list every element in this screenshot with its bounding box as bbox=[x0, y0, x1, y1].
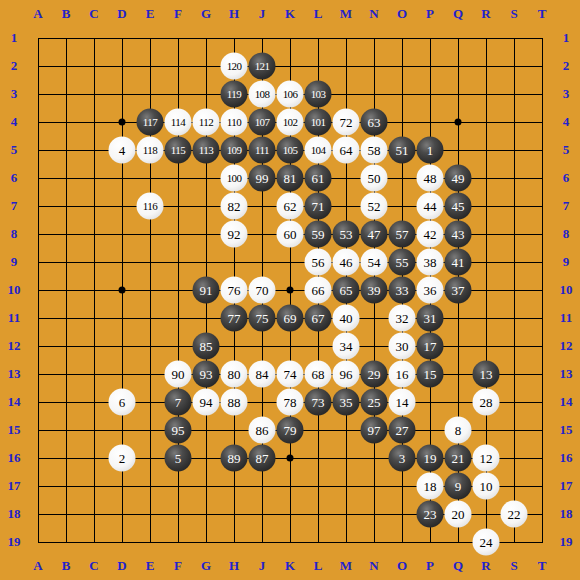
stone-white-66-L10: 66 bbox=[305, 277, 332, 304]
stone-black-103-L3: 103 bbox=[305, 81, 332, 108]
column-label-bottom-P: P bbox=[417, 558, 443, 574]
stone-move-number: 105 bbox=[283, 145, 298, 156]
stone-black-101-L4: 101 bbox=[305, 109, 332, 136]
stone-black-115-F5: 115 bbox=[165, 137, 192, 164]
stone-white-34-M12: 34 bbox=[333, 333, 360, 360]
stone-move-number: 87 bbox=[256, 452, 269, 465]
stone-move-number: 2 bbox=[119, 452, 126, 465]
stone-black-55-O9: 55 bbox=[389, 249, 416, 276]
stone-black-59-L8: 59 bbox=[305, 221, 332, 248]
stone-move-number: 90 bbox=[172, 368, 185, 381]
stone-move-number: 107 bbox=[255, 117, 270, 128]
stone-move-number: 100 bbox=[227, 173, 242, 184]
stone-move-number: 121 bbox=[255, 61, 270, 72]
stone-white-52-N7: 52 bbox=[361, 193, 388, 220]
stone-move-number: 112 bbox=[199, 117, 213, 128]
row-label-right-1: 1 bbox=[553, 30, 579, 46]
column-label-top-H: H bbox=[221, 6, 247, 22]
stone-move-number: 75 bbox=[256, 312, 269, 325]
stone-black-49-Q6: 49 bbox=[445, 165, 472, 192]
stone-black-43-Q8: 43 bbox=[445, 221, 472, 248]
stone-white-82-H7: 82 bbox=[221, 193, 248, 220]
stone-white-116-E7: 116 bbox=[137, 193, 164, 220]
stone-move-number: 49 bbox=[452, 172, 465, 185]
stone-move-number: 120 bbox=[227, 61, 242, 72]
stone-move-number: 84 bbox=[256, 368, 269, 381]
stone-black-3-O16: 3 bbox=[389, 445, 416, 472]
stone-black-71-L7: 71 bbox=[305, 193, 332, 220]
row-label-left-12: 12 bbox=[1, 338, 27, 354]
stone-move-number: 94 bbox=[200, 396, 213, 409]
column-label-bottom-H: H bbox=[221, 558, 247, 574]
stone-white-86-J15: 86 bbox=[249, 417, 276, 444]
stone-move-number: 81 bbox=[284, 172, 297, 185]
stone-black-65-M10: 65 bbox=[333, 277, 360, 304]
stone-white-88-H14: 88 bbox=[221, 389, 248, 416]
stone-move-number: 86 bbox=[256, 424, 269, 437]
stone-move-number: 114 bbox=[171, 117, 185, 128]
stone-black-13-R13: 13 bbox=[473, 361, 500, 388]
row-label-right-9: 9 bbox=[553, 254, 579, 270]
stone-white-24-R19: 24 bbox=[473, 529, 500, 556]
row-label-left-15: 15 bbox=[1, 422, 27, 438]
stone-move-number: 41 bbox=[452, 256, 465, 269]
row-label-right-15: 15 bbox=[553, 422, 579, 438]
stone-black-41-Q9: 41 bbox=[445, 249, 472, 276]
stone-black-121-J2: 121 bbox=[249, 53, 276, 80]
stone-white-10-R17: 10 bbox=[473, 473, 500, 500]
stone-black-21-Q16: 21 bbox=[445, 445, 472, 472]
stone-white-6-D14: 6 bbox=[109, 389, 136, 416]
stone-move-number: 22 bbox=[508, 508, 521, 521]
row-label-left-13: 13 bbox=[1, 366, 27, 382]
stone-black-105-K5: 105 bbox=[277, 137, 304, 164]
stone-move-number: 93 bbox=[200, 368, 213, 381]
stone-move-number: 102 bbox=[283, 117, 298, 128]
stone-move-number: 110 bbox=[227, 117, 241, 128]
stone-move-number: 21 bbox=[452, 452, 465, 465]
stone-white-64-M5: 64 bbox=[333, 137, 360, 164]
row-label-right-10: 10 bbox=[553, 282, 579, 298]
column-label-top-L: L bbox=[305, 6, 331, 22]
stone-move-number: 24 bbox=[480, 536, 493, 549]
stone-black-45-Q7: 45 bbox=[445, 193, 472, 220]
stone-black-37-Q10: 37 bbox=[445, 277, 472, 304]
stone-white-12-R16: 12 bbox=[473, 445, 500, 472]
stone-move-number: 47 bbox=[368, 228, 381, 241]
stone-move-number: 38 bbox=[424, 256, 437, 269]
row-label-left-18: 18 bbox=[1, 506, 27, 522]
star-point-D4 bbox=[119, 119, 126, 126]
stone-move-number: 91 bbox=[200, 284, 213, 297]
column-label-bottom-M: M bbox=[333, 558, 359, 574]
stone-black-47-N8: 47 bbox=[361, 221, 388, 248]
column-label-top-T: T bbox=[529, 6, 555, 22]
stone-black-113-G5: 113 bbox=[193, 137, 220, 164]
stone-move-number: 111 bbox=[255, 145, 269, 156]
row-label-left-4: 4 bbox=[1, 114, 27, 130]
column-label-bottom-F: F bbox=[165, 558, 191, 574]
stone-white-118-E5: 118 bbox=[137, 137, 164, 164]
stone-black-27-O15: 27 bbox=[389, 417, 416, 444]
stone-move-number: 57 bbox=[396, 228, 409, 241]
column-label-top-K: K bbox=[277, 6, 303, 22]
stone-move-number: 14 bbox=[396, 396, 409, 409]
row-label-left-5: 5 bbox=[1, 142, 27, 158]
stone-move-number: 95 bbox=[172, 424, 185, 437]
star-point-K10 bbox=[287, 287, 294, 294]
stone-move-number: 35 bbox=[340, 396, 353, 409]
stone-move-number: 64 bbox=[340, 144, 353, 157]
stone-white-84-J13: 84 bbox=[249, 361, 276, 388]
stone-black-77-H11: 77 bbox=[221, 305, 248, 332]
column-label-bottom-G: G bbox=[193, 558, 219, 574]
column-label-bottom-Q: Q bbox=[445, 558, 471, 574]
stone-white-106-K3: 106 bbox=[277, 81, 304, 108]
column-label-bottom-J: J bbox=[249, 558, 275, 574]
stone-move-number: 45 bbox=[452, 200, 465, 213]
row-label-right-12: 12 bbox=[553, 338, 579, 354]
stone-white-74-K13: 74 bbox=[277, 361, 304, 388]
stone-move-number: 61 bbox=[312, 172, 325, 185]
stone-move-number: 10 bbox=[480, 480, 493, 493]
row-label-left-2: 2 bbox=[1, 58, 27, 74]
stone-white-40-M11: 40 bbox=[333, 305, 360, 332]
row-label-right-7: 7 bbox=[553, 198, 579, 214]
stone-black-85-G12: 85 bbox=[193, 333, 220, 360]
column-label-bottom-O: O bbox=[389, 558, 415, 574]
stone-move-number: 104 bbox=[311, 145, 326, 156]
row-label-right-11: 11 bbox=[553, 310, 579, 326]
stone-move-number: 101 bbox=[311, 117, 326, 128]
stone-move-number: 66 bbox=[312, 284, 325, 297]
row-label-right-18: 18 bbox=[553, 506, 579, 522]
stone-black-73-L14: 73 bbox=[305, 389, 332, 416]
stone-move-number: 108 bbox=[255, 89, 270, 100]
stone-white-62-K7: 62 bbox=[277, 193, 304, 220]
stone-move-number: 92 bbox=[228, 228, 241, 241]
stone-white-76-H10: 76 bbox=[221, 277, 248, 304]
stone-black-109-H5: 109 bbox=[221, 137, 248, 164]
stone-white-14-O14: 14 bbox=[389, 389, 416, 416]
stone-move-number: 119 bbox=[227, 89, 241, 100]
stone-black-25-N14: 25 bbox=[361, 389, 388, 416]
stone-white-16-O13: 16 bbox=[389, 361, 416, 388]
stone-black-119-H3: 119 bbox=[221, 81, 248, 108]
stone-move-number: 74 bbox=[284, 368, 297, 381]
column-label-top-P: P bbox=[417, 6, 443, 22]
stone-white-92-H8: 92 bbox=[221, 221, 248, 248]
go-board[interactable]: ABCDEFGHJKLMNOPQRST ABCDEFGHJKLMNOPQRST … bbox=[0, 0, 580, 580]
column-label-bottom-C: C bbox=[81, 558, 107, 574]
stone-move-number: 69 bbox=[284, 312, 297, 325]
column-label-top-D: D bbox=[109, 6, 135, 22]
stone-move-number: 117 bbox=[143, 117, 157, 128]
stone-white-104-L5: 104 bbox=[305, 137, 332, 164]
stone-white-18-P17: 18 bbox=[417, 473, 444, 500]
stone-white-108-J3: 108 bbox=[249, 81, 276, 108]
stone-move-number: 12 bbox=[480, 452, 493, 465]
stone-black-95-F15: 95 bbox=[165, 417, 192, 444]
stone-move-number: 36 bbox=[424, 284, 437, 297]
stone-black-67-L11: 67 bbox=[305, 305, 332, 332]
column-label-top-B: B bbox=[53, 6, 79, 22]
stone-move-number: 88 bbox=[228, 396, 241, 409]
stone-move-number: 68 bbox=[312, 368, 325, 381]
stone-move-number: 67 bbox=[312, 312, 325, 325]
column-label-bottom-D: D bbox=[109, 558, 135, 574]
stone-black-61-L6: 61 bbox=[305, 165, 332, 192]
stone-black-7-F14: 7 bbox=[165, 389, 192, 416]
stone-black-107-J4: 107 bbox=[249, 109, 276, 136]
column-label-top-M: M bbox=[333, 6, 359, 22]
stone-black-1-P5: 1 bbox=[417, 137, 444, 164]
stone-move-number: 77 bbox=[228, 312, 241, 325]
row-label-right-6: 6 bbox=[553, 170, 579, 186]
stone-white-94-G14: 94 bbox=[193, 389, 220, 416]
column-label-top-J: J bbox=[249, 6, 275, 22]
row-label-left-9: 9 bbox=[1, 254, 27, 270]
column-label-top-R: R bbox=[473, 6, 499, 22]
stone-white-38-P9: 38 bbox=[417, 249, 444, 276]
stone-white-2-D16: 2 bbox=[109, 445, 136, 472]
stone-white-110-H4: 110 bbox=[221, 109, 248, 136]
stone-black-51-O5: 51 bbox=[389, 137, 416, 164]
stone-black-79-K15: 79 bbox=[277, 417, 304, 444]
stone-move-number: 46 bbox=[340, 256, 353, 269]
row-label-right-5: 5 bbox=[553, 142, 579, 158]
stone-white-28-R14: 28 bbox=[473, 389, 500, 416]
stone-move-number: 56 bbox=[312, 256, 325, 269]
stone-move-number: 48 bbox=[424, 172, 437, 185]
stone-black-81-K6: 81 bbox=[277, 165, 304, 192]
column-label-bottom-R: R bbox=[473, 558, 499, 574]
column-label-bottom-E: E bbox=[137, 558, 163, 574]
stone-move-number: 50 bbox=[368, 172, 381, 185]
star-point-K16 bbox=[287, 455, 294, 462]
stone-move-number: 116 bbox=[143, 201, 157, 212]
stone-move-number: 33 bbox=[396, 284, 409, 297]
stone-move-number: 60 bbox=[284, 228, 297, 241]
stone-black-87-J16: 87 bbox=[249, 445, 276, 472]
row-label-right-13: 13 bbox=[553, 366, 579, 382]
stone-white-46-M9: 46 bbox=[333, 249, 360, 276]
stone-move-number: 52 bbox=[368, 200, 381, 213]
stone-move-number: 8 bbox=[455, 424, 462, 437]
stone-white-20-Q18: 20 bbox=[445, 501, 472, 528]
stone-black-17-P12: 17 bbox=[417, 333, 444, 360]
stone-white-100-H6: 100 bbox=[221, 165, 248, 192]
stone-move-number: 17 bbox=[424, 340, 437, 353]
stone-white-56-L9: 56 bbox=[305, 249, 332, 276]
row-label-left-7: 7 bbox=[1, 198, 27, 214]
column-label-top-F: F bbox=[165, 6, 191, 22]
row-label-left-1: 1 bbox=[1, 30, 27, 46]
row-label-left-3: 3 bbox=[1, 86, 27, 102]
stone-white-48-P6: 48 bbox=[417, 165, 444, 192]
row-label-left-6: 6 bbox=[1, 170, 27, 186]
stone-white-30-O12: 30 bbox=[389, 333, 416, 360]
column-label-top-Q: Q bbox=[445, 6, 471, 22]
stone-move-number: 53 bbox=[340, 228, 353, 241]
stone-white-90-F13: 90 bbox=[165, 361, 192, 388]
row-label-right-14: 14 bbox=[553, 394, 579, 410]
stone-white-114-F4: 114 bbox=[165, 109, 192, 136]
stone-move-number: 25 bbox=[368, 396, 381, 409]
stone-white-44-P7: 44 bbox=[417, 193, 444, 220]
stone-white-54-N9: 54 bbox=[361, 249, 388, 276]
column-label-top-G: G bbox=[193, 6, 219, 22]
stone-white-70-J10: 70 bbox=[249, 277, 276, 304]
stone-white-120-H2: 120 bbox=[221, 53, 248, 80]
stone-move-number: 7 bbox=[175, 396, 182, 409]
star-point-D10 bbox=[119, 287, 126, 294]
row-label-right-3: 3 bbox=[553, 86, 579, 102]
row-label-right-17: 17 bbox=[553, 478, 579, 494]
stone-move-number: 20 bbox=[452, 508, 465, 521]
stone-black-5-F16: 5 bbox=[165, 445, 192, 472]
stone-white-60-K8: 60 bbox=[277, 221, 304, 248]
stone-black-69-K11: 69 bbox=[277, 305, 304, 332]
column-label-bottom-L: L bbox=[305, 558, 331, 574]
row-label-right-19: 19 bbox=[553, 534, 579, 550]
stone-move-number: 34 bbox=[340, 340, 353, 353]
stone-move-number: 96 bbox=[340, 368, 353, 381]
stone-black-15-P13: 15 bbox=[417, 361, 444, 388]
stone-move-number: 65 bbox=[340, 284, 353, 297]
stone-move-number: 78 bbox=[284, 396, 297, 409]
stone-move-number: 103 bbox=[311, 89, 326, 100]
stone-white-96-M13: 96 bbox=[333, 361, 360, 388]
stone-move-number: 76 bbox=[228, 284, 241, 297]
column-label-bottom-T: T bbox=[529, 558, 555, 574]
stone-move-number: 115 bbox=[171, 145, 185, 156]
stone-black-111-J5: 111 bbox=[249, 137, 276, 164]
stone-move-number: 37 bbox=[452, 284, 465, 297]
column-label-top-A: A bbox=[25, 6, 51, 22]
stone-move-number: 23 bbox=[424, 508, 437, 521]
stone-move-number: 28 bbox=[480, 396, 493, 409]
stone-white-42-P8: 42 bbox=[417, 221, 444, 248]
stone-move-number: 70 bbox=[256, 284, 269, 297]
star-point-Q4 bbox=[455, 119, 462, 126]
stone-black-99-J6: 99 bbox=[249, 165, 276, 192]
stone-move-number: 97 bbox=[368, 424, 381, 437]
stone-move-number: 54 bbox=[368, 256, 381, 269]
stone-black-63-N4: 63 bbox=[361, 109, 388, 136]
stone-move-number: 59 bbox=[312, 228, 325, 241]
stone-move-number: 99 bbox=[256, 172, 269, 185]
stone-move-number: 72 bbox=[340, 116, 353, 129]
stone-move-number: 55 bbox=[396, 256, 409, 269]
stone-black-91-G10: 91 bbox=[193, 277, 220, 304]
stone-black-117-E4: 117 bbox=[137, 109, 164, 136]
stone-white-4-D5: 4 bbox=[109, 137, 136, 164]
column-label-bottom-K: K bbox=[277, 558, 303, 574]
column-label-top-E: E bbox=[137, 6, 163, 22]
stone-black-19-P16: 19 bbox=[417, 445, 444, 472]
row-label-right-16: 16 bbox=[553, 450, 579, 466]
stone-move-number: 71 bbox=[312, 200, 325, 213]
row-label-right-4: 4 bbox=[553, 114, 579, 130]
stone-black-53-M8: 53 bbox=[333, 221, 360, 248]
stone-move-number: 73 bbox=[312, 396, 325, 409]
stone-move-number: 63 bbox=[368, 116, 381, 129]
stone-move-number: 5 bbox=[175, 452, 182, 465]
stone-move-number: 39 bbox=[368, 284, 381, 297]
column-label-top-O: O bbox=[389, 6, 415, 22]
column-label-bottom-S: S bbox=[501, 558, 527, 574]
stone-move-number: 15 bbox=[424, 368, 437, 381]
stone-move-number: 9 bbox=[455, 480, 462, 493]
stone-move-number: 62 bbox=[284, 200, 297, 213]
stone-move-number: 32 bbox=[396, 312, 409, 325]
stone-white-50-N6: 50 bbox=[361, 165, 388, 192]
stone-move-number: 85 bbox=[200, 340, 213, 353]
stone-move-number: 19 bbox=[424, 452, 437, 465]
stone-move-number: 89 bbox=[228, 452, 241, 465]
stone-move-number: 30 bbox=[396, 340, 409, 353]
row-label-left-16: 16 bbox=[1, 450, 27, 466]
row-label-left-17: 17 bbox=[1, 478, 27, 494]
stone-black-75-J11: 75 bbox=[249, 305, 276, 332]
stone-black-31-P11: 31 bbox=[417, 305, 444, 332]
column-label-bottom-N: N bbox=[361, 558, 387, 574]
stone-black-9-Q17: 9 bbox=[445, 473, 472, 500]
row-label-right-2: 2 bbox=[553, 58, 579, 74]
stone-move-number: 29 bbox=[368, 368, 381, 381]
row-label-right-8: 8 bbox=[553, 226, 579, 242]
stone-black-29-N13: 29 bbox=[361, 361, 388, 388]
stone-black-97-N15: 97 bbox=[361, 417, 388, 444]
stone-white-78-K14: 78 bbox=[277, 389, 304, 416]
stone-move-number: 51 bbox=[396, 144, 409, 157]
stone-white-8-Q15: 8 bbox=[445, 417, 472, 444]
column-label-top-C: C bbox=[81, 6, 107, 22]
stone-white-112-G4: 112 bbox=[193, 109, 220, 136]
row-label-left-19: 19 bbox=[1, 534, 27, 550]
stone-move-number: 82 bbox=[228, 200, 241, 213]
stone-move-number: 58 bbox=[368, 144, 381, 157]
stone-move-number: 16 bbox=[396, 368, 409, 381]
stone-black-23-P18: 23 bbox=[417, 501, 444, 528]
stone-move-number: 6 bbox=[119, 396, 126, 409]
stone-white-80-H13: 80 bbox=[221, 361, 248, 388]
stone-white-102-K4: 102 bbox=[277, 109, 304, 136]
stone-move-number: 27 bbox=[396, 424, 409, 437]
stone-white-58-N5: 58 bbox=[361, 137, 388, 164]
stone-move-number: 3 bbox=[399, 452, 406, 465]
stone-move-number: 106 bbox=[283, 89, 298, 100]
column-label-bottom-B: B bbox=[53, 558, 79, 574]
stone-black-57-O8: 57 bbox=[389, 221, 416, 248]
row-label-left-14: 14 bbox=[1, 394, 27, 410]
stone-move-number: 40 bbox=[340, 312, 353, 325]
stone-black-93-G13: 93 bbox=[193, 361, 220, 388]
stone-move-number: 13 bbox=[480, 368, 493, 381]
stone-move-number: 118 bbox=[143, 145, 157, 156]
stone-move-number: 80 bbox=[228, 368, 241, 381]
stone-move-number: 31 bbox=[424, 312, 437, 325]
stone-black-39-N10: 39 bbox=[361, 277, 388, 304]
stone-white-68-L13: 68 bbox=[305, 361, 332, 388]
stone-move-number: 42 bbox=[424, 228, 437, 241]
stone-black-35-M14: 35 bbox=[333, 389, 360, 416]
stone-move-number: 18 bbox=[424, 480, 437, 493]
stone-move-number: 44 bbox=[424, 200, 437, 213]
stone-black-89-H16: 89 bbox=[221, 445, 248, 472]
column-label-top-S: S bbox=[501, 6, 527, 22]
